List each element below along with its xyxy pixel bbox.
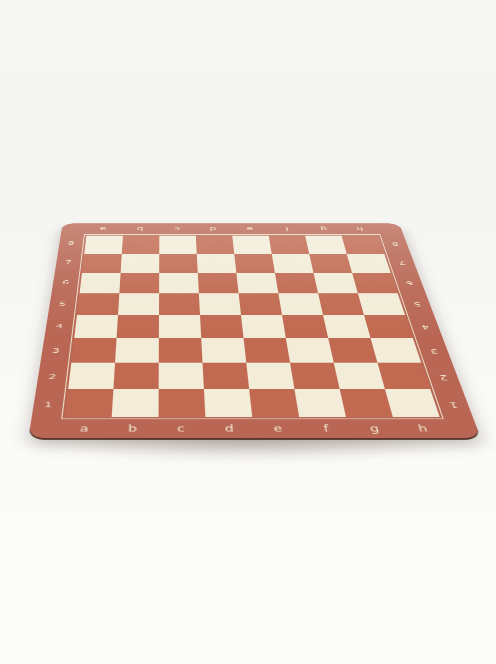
square-a6 bbox=[80, 273, 121, 293]
file-label: d bbox=[205, 419, 255, 438]
file-label: d bbox=[194, 223, 232, 234]
square-a7 bbox=[82, 254, 122, 273]
rank-label: 1 bbox=[31, 390, 64, 419]
file-label: a bbox=[59, 419, 109, 438]
board-margin: abcdefgh abcdefgh 87654321 87654321 bbox=[28, 223, 481, 438]
square-d7 bbox=[197, 254, 237, 273]
square-c1 bbox=[159, 389, 206, 417]
file-labels-bottom: abcdefgh bbox=[59, 419, 451, 438]
square-a5 bbox=[77, 293, 119, 315]
square-c8 bbox=[159, 236, 196, 254]
rank-label: 8 bbox=[380, 234, 410, 252]
square-f6 bbox=[275, 273, 318, 293]
square-f5 bbox=[278, 293, 323, 315]
square-h3 bbox=[371, 338, 422, 363]
rank-label: 7 bbox=[55, 253, 82, 273]
rank-label: 4 bbox=[44, 315, 74, 338]
rank-label: 2 bbox=[36, 364, 68, 391]
square-f7 bbox=[272, 254, 314, 273]
file-label: h bbox=[340, 223, 380, 234]
square-h1 bbox=[385, 389, 440, 417]
file-label: b bbox=[121, 223, 158, 234]
file-label: c bbox=[158, 223, 195, 234]
square-h5 bbox=[358, 293, 405, 315]
file-labels-top: abcdefgh bbox=[84, 223, 380, 234]
product-photo-scene: abcdefgh abcdefgh 87654321 87654321 bbox=[0, 0, 496, 664]
square-c7 bbox=[159, 254, 198, 273]
file-label: g bbox=[348, 419, 401, 438]
square-b1 bbox=[112, 389, 159, 417]
square-d4 bbox=[200, 315, 244, 338]
square-e7 bbox=[234, 254, 275, 273]
square-f4 bbox=[282, 315, 328, 338]
square-b4 bbox=[117, 315, 159, 338]
square-b6 bbox=[119, 273, 159, 293]
square-d2 bbox=[203, 363, 250, 389]
file-label: f bbox=[267, 223, 306, 234]
square-d5 bbox=[199, 293, 241, 315]
square-h8 bbox=[342, 236, 385, 254]
square-g5 bbox=[318, 293, 364, 315]
square-b2 bbox=[113, 363, 158, 389]
square-g4 bbox=[323, 315, 371, 338]
file-label: b bbox=[108, 419, 157, 438]
square-e2 bbox=[246, 363, 294, 389]
rank-label: 3 bbox=[40, 338, 71, 363]
square-c3 bbox=[159, 338, 203, 363]
file-label: c bbox=[157, 419, 206, 438]
square-a1 bbox=[65, 389, 114, 417]
file-label: e bbox=[253, 419, 304, 438]
square-a8 bbox=[84, 236, 123, 254]
square-h6 bbox=[352, 273, 398, 293]
square-d1 bbox=[204, 389, 252, 417]
square-a2 bbox=[68, 363, 115, 389]
file-label: e bbox=[231, 223, 269, 234]
square-b5 bbox=[118, 293, 159, 315]
file-label: a bbox=[84, 223, 122, 234]
rank-label: 8 bbox=[58, 234, 84, 252]
square-c6 bbox=[159, 273, 199, 293]
square-f2 bbox=[290, 363, 340, 389]
square-e1 bbox=[249, 389, 299, 417]
square-g3 bbox=[328, 338, 377, 363]
square-h7 bbox=[347, 254, 391, 273]
square-d3 bbox=[201, 338, 246, 363]
file-label: h bbox=[396, 419, 450, 438]
file-label: g bbox=[304, 223, 344, 234]
square-a3 bbox=[71, 338, 116, 363]
square-e5 bbox=[239, 293, 282, 315]
square-b3 bbox=[115, 338, 159, 363]
square-e8 bbox=[232, 236, 271, 254]
square-b8 bbox=[122, 236, 160, 254]
square-f8 bbox=[269, 236, 310, 254]
square-c2 bbox=[159, 363, 204, 389]
square-d8 bbox=[196, 236, 234, 254]
rank-label: 5 bbox=[48, 293, 77, 315]
square-g1 bbox=[340, 389, 393, 417]
square-c5 bbox=[159, 293, 200, 315]
rank-label: 6 bbox=[52, 272, 80, 293]
square-d6 bbox=[198, 273, 239, 293]
file-label: f bbox=[300, 419, 352, 438]
square-h2 bbox=[377, 363, 430, 389]
board-frame bbox=[61, 234, 444, 419]
square-a4 bbox=[74, 315, 118, 338]
square-g8 bbox=[305, 236, 347, 254]
square-g2 bbox=[334, 363, 385, 389]
square-f1 bbox=[294, 389, 346, 417]
square-g7 bbox=[309, 254, 352, 273]
square-b7 bbox=[121, 254, 160, 273]
square-e4 bbox=[241, 315, 286, 338]
square-f3 bbox=[286, 338, 334, 363]
square-e3 bbox=[244, 338, 290, 363]
square-g6 bbox=[314, 273, 358, 293]
chess-board-mat: abcdefgh abcdefgh 87654321 87654321 bbox=[28, 223, 481, 438]
square-e6 bbox=[236, 273, 278, 293]
square-c4 bbox=[159, 315, 201, 338]
square-h4 bbox=[364, 315, 413, 338]
chess-board bbox=[65, 236, 440, 417]
